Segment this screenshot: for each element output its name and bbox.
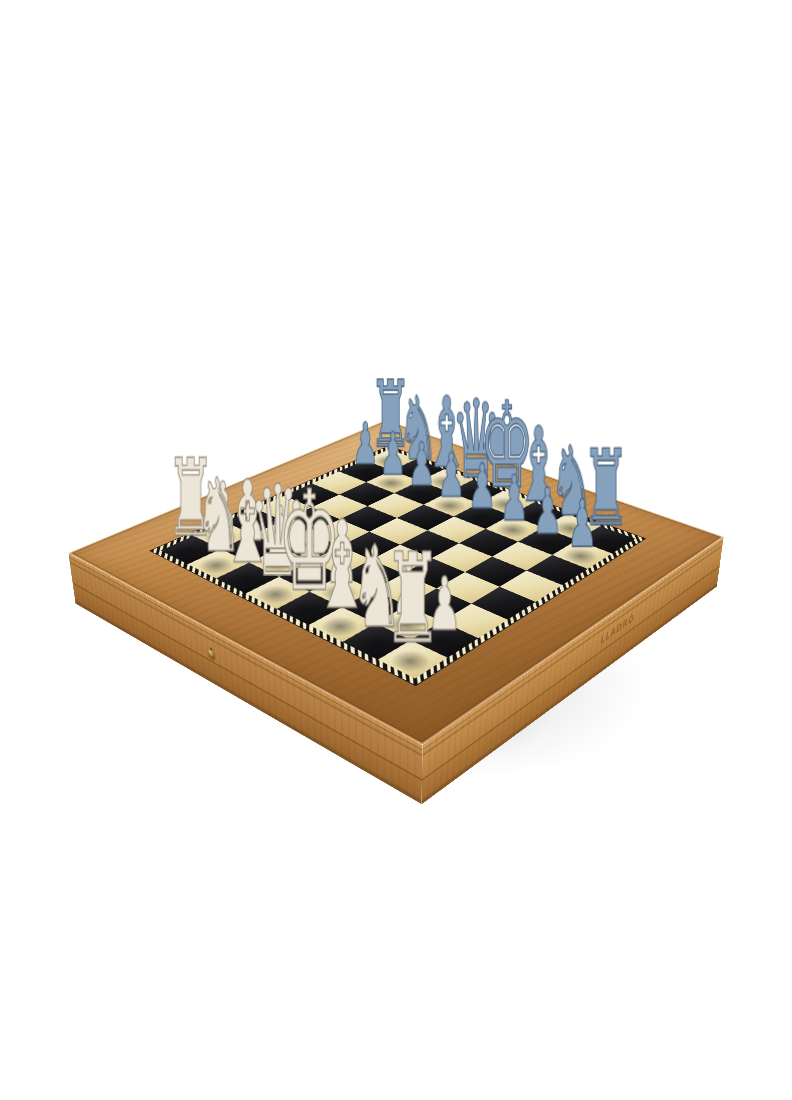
blue-pawn-h7: ♟ <box>567 491 598 556</box>
white-rook-h1: ♜ <box>384 537 442 661</box>
blue-pawn-f7: ♟ <box>500 467 529 530</box>
drawer-knob <box>208 648 215 660</box>
product-photo: ♜♞♝♛♚♝♞♜♟♟♟♟♟♟♟♟♟♟♟♟♟♟♟♟♜♞♝♛♚♝♞♜ LLADRÓ <box>0 0 792 1100</box>
blue-pawn-b7: ♟ <box>379 425 406 483</box>
chess-box: ♜♞♝♛♚♝♞♜♟♟♟♟♟♟♟♟♟♟♟♟♟♟♟♟♜♞♝♛♚♝♞♜ LLADRÓ <box>68 420 723 745</box>
blue-pawn-e7: ♟ <box>468 456 497 518</box>
blue-pawn-g7: ♟ <box>533 479 563 543</box>
blue-pawn-a7: ♟ <box>352 416 379 473</box>
blue-pawn-d7: ♟ <box>437 446 465 506</box>
blue-pawn-c7: ♟ <box>408 435 436 494</box>
